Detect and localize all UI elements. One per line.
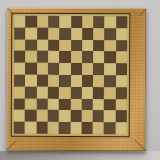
square-g3[interactable] [82, 99, 93, 111]
square-i1[interactable] [104, 122, 115, 134]
square-e6[interactable] [59, 63, 70, 75]
square-i10[interactable] [105, 16, 116, 28]
game-board [7, 8, 147, 152]
square-j10[interactable] [116, 16, 127, 28]
square-j2[interactable] [115, 111, 126, 123]
square-f7[interactable] [71, 51, 82, 63]
square-c5[interactable] [37, 75, 48, 87]
board-grid [14, 16, 128, 135]
square-d10[interactable] [48, 16, 59, 28]
square-d8[interactable] [48, 39, 59, 51]
square-h8[interactable] [93, 40, 104, 52]
square-a9[interactable] [14, 27, 25, 39]
square-j6[interactable] [116, 63, 127, 75]
square-h3[interactable] [93, 99, 104, 111]
square-b10[interactable] [26, 16, 37, 28]
square-i3[interactable] [104, 99, 115, 111]
square-a5[interactable] [14, 75, 25, 87]
square-e9[interactable] [59, 28, 70, 40]
square-h2[interactable] [93, 110, 104, 122]
square-i8[interactable] [105, 40, 116, 52]
square-b9[interactable] [26, 28, 37, 40]
square-a6[interactable] [14, 63, 25, 75]
square-f4[interactable] [70, 87, 81, 99]
square-d6[interactable] [48, 63, 59, 75]
square-g5[interactable] [82, 75, 93, 87]
square-e10[interactable] [59, 16, 70, 28]
square-b1[interactable] [25, 122, 36, 134]
square-c10[interactable] [37, 16, 48, 28]
square-e7[interactable] [59, 51, 70, 63]
square-e2[interactable] [59, 110, 70, 122]
square-f6[interactable] [71, 63, 82, 75]
square-b5[interactable] [25, 75, 36, 87]
frame-mitre-seam [6, 140, 17, 151]
square-c9[interactable] [37, 28, 48, 40]
square-g1[interactable] [82, 122, 93, 134]
square-f9[interactable] [71, 28, 82, 40]
square-c3[interactable] [36, 98, 47, 110]
square-h9[interactable] [93, 28, 104, 40]
square-e5[interactable] [59, 75, 70, 87]
square-i2[interactable] [104, 111, 115, 123]
square-i6[interactable] [104, 63, 115, 75]
square-a8[interactable] [14, 39, 25, 51]
square-j3[interactable] [116, 99, 127, 111]
square-g9[interactable] [82, 28, 93, 40]
square-a1[interactable] [14, 122, 25, 134]
square-i4[interactable] [104, 87, 115, 99]
square-c2[interactable] [36, 110, 47, 122]
square-d9[interactable] [48, 28, 59, 40]
square-g4[interactable] [82, 87, 93, 99]
square-j8[interactable] [116, 40, 127, 52]
square-c8[interactable] [37, 39, 48, 51]
square-g7[interactable] [82, 51, 93, 63]
square-g8[interactable] [82, 40, 93, 52]
square-h7[interactable] [93, 51, 104, 63]
square-g6[interactable] [82, 63, 93, 75]
square-d4[interactable] [48, 87, 59, 99]
square-f8[interactable] [71, 40, 82, 52]
square-f5[interactable] [70, 75, 81, 87]
square-d5[interactable] [48, 75, 59, 87]
square-e3[interactable] [59, 99, 70, 111]
photo-background [0, 0, 160, 160]
square-i9[interactable] [105, 28, 116, 40]
square-h5[interactable] [93, 75, 104, 87]
frame-mitre-seam [134, 139, 146, 151]
square-d2[interactable] [48, 110, 59, 122]
frame-mitre-seam [139, 9, 147, 17]
square-c6[interactable] [37, 63, 48, 75]
square-f3[interactable] [70, 99, 81, 111]
square-g10[interactable] [82, 16, 93, 28]
square-h1[interactable] [93, 122, 104, 134]
square-f2[interactable] [70, 110, 81, 122]
square-c1[interactable] [36, 122, 47, 134]
square-f1[interactable] [70, 122, 81, 134]
square-a7[interactable] [14, 51, 25, 63]
square-i5[interactable] [104, 75, 115, 87]
square-d3[interactable] [48, 98, 59, 110]
square-h10[interactable] [93, 16, 104, 28]
square-a3[interactable] [14, 98, 25, 110]
square-b3[interactable] [25, 98, 36, 110]
square-j4[interactable] [116, 87, 127, 99]
square-a4[interactable] [14, 86, 25, 98]
square-i7[interactable] [104, 52, 115, 64]
table-surface-shadow [0, 151, 160, 160]
square-j5[interactable] [116, 75, 127, 87]
square-j9[interactable] [116, 28, 127, 40]
square-f10[interactable] [71, 16, 82, 28]
square-b6[interactable] [25, 63, 36, 75]
square-g2[interactable] [82, 110, 93, 122]
board-foot-shadow [60, 151, 67, 154]
square-d1[interactable] [48, 122, 59, 134]
square-b7[interactable] [25, 51, 36, 63]
square-h4[interactable] [93, 87, 104, 99]
square-b4[interactable] [25, 87, 36, 99]
square-c4[interactable] [36, 87, 47, 99]
square-a2[interactable] [14, 110, 25, 122]
square-d7[interactable] [48, 51, 59, 63]
square-h6[interactable] [93, 63, 104, 75]
square-a10[interactable] [14, 16, 25, 28]
square-b8[interactable] [25, 39, 36, 51]
square-e1[interactable] [59, 122, 70, 134]
square-j1[interactable] [115, 122, 126, 134]
square-b2[interactable] [25, 110, 36, 122]
square-e4[interactable] [59, 87, 70, 99]
square-c7[interactable] [37, 51, 48, 63]
square-j7[interactable] [116, 52, 127, 64]
square-e8[interactable] [59, 40, 70, 52]
board-inlay-border [11, 13, 131, 138]
